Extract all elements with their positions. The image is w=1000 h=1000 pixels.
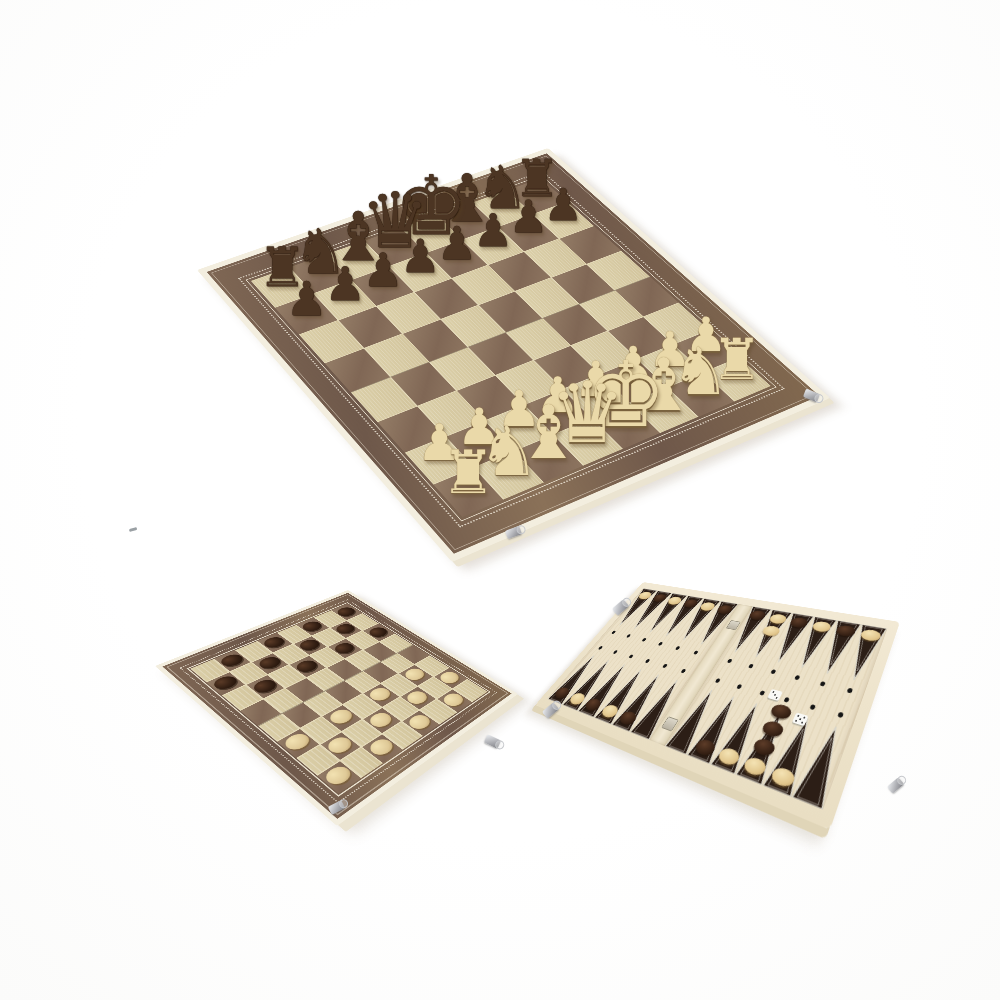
die-pip xyxy=(775,697,778,699)
backgammon-board xyxy=(535,582,900,830)
die-pip xyxy=(799,718,802,720)
die-pip xyxy=(803,716,806,718)
chess-board xyxy=(197,148,830,562)
metal-latch-icon xyxy=(887,777,904,794)
checkers-board xyxy=(155,590,518,826)
metal-latch-icon xyxy=(484,734,501,748)
die-pip xyxy=(795,720,798,722)
die-pip xyxy=(774,694,777,696)
die-pip xyxy=(801,721,804,723)
product-photo: ♜♞♝♛♚♝♞♜♟♟♟♟♟♟♟♟♟♟♟♟♟♟♟♟♜♞♝♛♚♝♞♜ xyxy=(0,0,1000,1000)
photo-artifact-speck xyxy=(129,527,137,531)
die-pip xyxy=(797,715,800,717)
